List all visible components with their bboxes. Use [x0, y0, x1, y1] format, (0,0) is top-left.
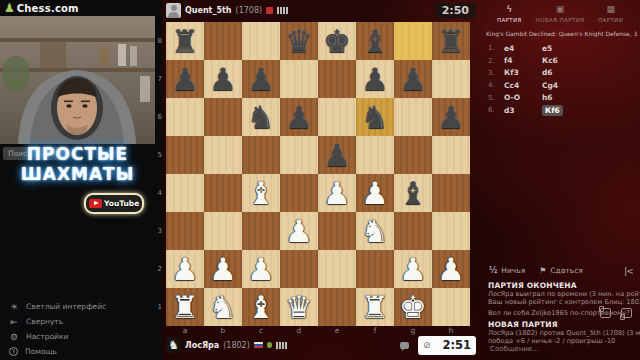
white-knight-f3: ♞ — [356, 212, 394, 250]
black-pawn-h6: ♟ — [432, 98, 470, 136]
move-row-5: 5.O-Oh6 — [488, 92, 636, 104]
square-f7[interactable]: ♟ — [356, 60, 394, 98]
square-g2[interactable]: ♟ — [394, 250, 432, 288]
square-g3[interactable] — [394, 212, 432, 250]
black-pawn-e5: ♟ — [318, 136, 356, 174]
square-b7[interactable]: ♟ — [204, 60, 242, 98]
square-f5[interactable] — [356, 136, 394, 174]
square-h4[interactable] — [432, 174, 470, 212]
square-f8[interactable]: ♝ — [356, 22, 394, 60]
pawn-logo-icon: ♟ — [4, 1, 15, 15]
new-game-title: НОВАЯ ПАРТИЯ — [488, 320, 558, 329]
file-labels: abcdefgh — [166, 326, 470, 335]
square-f1[interactable]: ♜ — [356, 288, 394, 326]
square-e3[interactable] — [318, 212, 356, 250]
file-label-g: g — [394, 326, 432, 335]
black-rook-a8: ♜ — [166, 22, 204, 60]
square-e6[interactable] — [318, 98, 356, 136]
move-white-4[interactable]: Сc4 — [504, 81, 542, 90]
square-f6[interactable]: ♞ — [356, 98, 394, 136]
menu-label: Помощь — [25, 347, 57, 356]
white-rook-a1: ♜ — [166, 288, 204, 326]
move-number: 6. — [488, 106, 504, 114]
move-number: 4. — [488, 81, 504, 89]
game-controls: ½ Ничья ⚑ Сдаться — [489, 266, 637, 275]
square-d5[interactable] — [280, 136, 318, 174]
thumbs-up-icon[interactable] — [600, 308, 611, 318]
move-black-3[interactable]: d6 — [542, 68, 580, 77]
square-d3[interactable]: ♟ — [280, 212, 318, 250]
youtube-play-icon — [89, 199, 102, 208]
square-b1[interactable]: ♞ — [204, 288, 242, 326]
new-game-line-1: ЛосЯра (1802) против Quent_5th (1708) (3… — [488, 329, 640, 337]
move-row-3: 3.Кf3d6 — [488, 67, 636, 79]
square-a4[interactable] — [166, 174, 204, 212]
player-clock: ⊘ 2:51 — [418, 336, 476, 355]
game-over-line-2: Ваш новый рейтинг с контролем Блиц: 1802… — [488, 298, 640, 306]
white-pawn-e4: ♟ — [318, 174, 356, 212]
rank-label-3: 3 — [150, 212, 162, 250]
opponent-avatar — [166, 3, 181, 18]
stream-overlay-text: ПРОСТЫЕ ШАХМАТЫ — [0, 144, 155, 184]
white-pawn-d3: ♟ — [280, 212, 318, 250]
white-pawn-g2: ♟ — [394, 250, 432, 288]
white-pawn-a2: ♟ — [166, 250, 204, 288]
white-pawn-c2: ♟ — [242, 250, 280, 288]
youtube-label: YouTube — [104, 199, 139, 208]
black-bishop-g4: ♝ — [394, 174, 432, 212]
white-pawn-f4: ♟ — [356, 174, 394, 212]
white-queen-d1: ♛ — [280, 288, 318, 326]
lightning-icon: ϟ — [484, 4, 535, 15]
gear-icon: ⚙ — [9, 332, 19, 342]
resign-flag-icon: ⚑ — [539, 266, 546, 275]
square-a2[interactable]: ♟ — [166, 250, 204, 288]
square-d7[interactable] — [280, 60, 318, 98]
chess-com-app: ♟ Chess.com — [0, 0, 640, 360]
webcam-video — [0, 16, 155, 144]
square-a6[interactable] — [166, 98, 204, 136]
square-b4[interactable] — [204, 174, 242, 212]
opponent-clock: 2:50 — [435, 3, 476, 18]
bottom-player-bar: ♞ ЛосЯра (1802) ⊘ 2:51 — [166, 335, 476, 355]
move-white-6[interactable]: d3 — [504, 106, 542, 115]
file-label-h: h — [432, 326, 470, 335]
menu-label: Светлый интерфейс — [26, 302, 106, 311]
message-input[interactable] — [488, 344, 632, 354]
move-white-3[interactable]: Кf3 — [504, 68, 542, 77]
white-knight-b1: ♞ — [204, 288, 242, 326]
square-e4[interactable]: ♟ — [318, 174, 356, 212]
move-number: 5. — [488, 94, 504, 102]
square-a8[interactable]: ♜ — [166, 22, 204, 60]
move-black-6[interactable]: Кf6 — [542, 106, 580, 115]
menu-item-light-interface[interactable]: ☀ Светлый интерфейс — [9, 299, 106, 314]
move-white-5[interactable]: O-O — [504, 93, 542, 102]
rank-label-6: 6 — [150, 98, 162, 136]
opponent-rating-bars-icon — [277, 7, 288, 14]
square-c2[interactable]: ♟ — [242, 250, 280, 288]
square-b5[interactable] — [204, 136, 242, 174]
white-king-g1: ♚ — [394, 288, 432, 326]
square-e8[interactable]: ♚ — [318, 22, 356, 60]
file-label-c: c — [242, 326, 280, 335]
square-h7[interactable] — [432, 60, 470, 98]
square-g1[interactable]: ♚ — [394, 288, 432, 326]
webcam-scene — [0, 16, 155, 144]
draw-button[interactable]: ½ Ничья — [489, 266, 525, 275]
square-e2[interactable] — [318, 250, 356, 288]
black-king-e8: ♚ — [318, 22, 356, 60]
file-label-a: a — [166, 326, 204, 335]
clock-paused-icon: ⊘ — [423, 340, 431, 350]
sidebar-bottom-menu: ☀ Светлый интерфейс ⇤ Свернуть ⚙ Настрой… — [9, 299, 106, 359]
square-c8[interactable] — [242, 22, 280, 60]
square-c1[interactable]: ♝ — [242, 288, 280, 326]
move-row-1: 1.e4e5 — [488, 42, 636, 54]
square-c6[interactable]: ♞ — [242, 98, 280, 136]
square-h6[interactable]: ♟ — [432, 98, 470, 136]
black-rook-h8: ♜ — [432, 22, 470, 60]
move-row-6: 6.d3Кf6 — [488, 104, 636, 116]
square-h3[interactable] — [432, 212, 470, 250]
tab-games[interactable]: ▦ ПАРТИИ — [585, 4, 636, 23]
opponent-name[interactable]: Quent_5th — [185, 6, 232, 15]
black-pawn-b7: ♟ — [204, 60, 242, 98]
move-row-2: 2.f4Кc6 — [488, 54, 636, 66]
square-f4[interactable]: ♟ — [356, 174, 394, 212]
tab-new-game[interactable]: ▣ НОВАЯ ПАРТИЯ — [535, 4, 586, 23]
overlay-line-2: ШАХМАТЫ — [0, 164, 155, 184]
square-d2[interactable] — [280, 250, 318, 288]
square-f3[interactable]: ♞ — [356, 212, 394, 250]
game-over-line-1: ЛосЯра выиграл по времени (3 мин. на рей… — [488, 290, 640, 298]
resign-button[interactable]: ⚑ Сдаться — [539, 266, 583, 275]
move-white-2[interactable]: f4 — [504, 56, 542, 65]
square-b8[interactable] — [204, 22, 242, 60]
square-c3[interactable] — [242, 212, 280, 250]
square-e7[interactable] — [318, 60, 356, 98]
move-row-4: 4.Сc4Сg4 — [488, 79, 636, 91]
player-name[interactable]: ЛосЯра — [185, 341, 219, 350]
player-flag-icon — [254, 342, 263, 349]
player-rating-bars-icon — [276, 342, 287, 349]
help-icon: ? — [9, 347, 18, 356]
square-d4[interactable] — [280, 174, 318, 212]
black-bishop-f8: ♝ — [356, 22, 394, 60]
menu-item-collapse[interactable]: ⇤ Свернуть — [9, 314, 106, 329]
opponent-flag-icon — [266, 7, 273, 14]
white-pawn-h2: ♟ — [432, 250, 470, 288]
overlay-line-1: ПРОСТЫЕ — [0, 144, 155, 164]
square-g8[interactable] — [394, 22, 432, 60]
games-grid-icon: ▦ — [585, 4, 636, 15]
tab-label: ПАРТИЯ — [484, 17, 535, 23]
square-g5[interactable] — [394, 136, 432, 174]
menu-label: Настройки — [26, 332, 68, 341]
top-player-bar: Quent_5th (1708) 2:50 — [166, 2, 476, 18]
tab-game[interactable]: ϟ ПАРТИЯ — [484, 4, 535, 23]
square-a1[interactable]: ♜ — [166, 288, 204, 326]
square-a5[interactable] — [166, 136, 204, 174]
rank-label-1: 1 — [150, 288, 162, 326]
square-b3[interactable] — [204, 212, 242, 250]
black-pawn-c7: ♟ — [242, 60, 280, 98]
square-d1[interactable]: ♛ — [280, 288, 318, 326]
logo-text: Chess.com — [17, 3, 79, 14]
resign-label: Сдаться — [550, 266, 582, 275]
white-pawn-b2: ♟ — [204, 250, 242, 288]
square-b2[interactable]: ♟ — [204, 250, 242, 288]
light-interface-icon: ☀ — [9, 302, 19, 312]
square-e5[interactable]: ♟ — [318, 136, 356, 174]
square-h5[interactable] — [432, 136, 470, 174]
tab-label: ПАРТИИ — [585, 17, 636, 23]
player-avatar: ♞ — [166, 338, 181, 353]
panel-tabs: ϟ ПАРТИЯ ▣ НОВАЯ ПАРТИЯ ▦ ПАРТИИ — [484, 4, 636, 23]
move-black-2[interactable]: Кc6 — [542, 56, 580, 65]
square-d8[interactable]: ♛ — [280, 22, 318, 60]
square-g7[interactable]: ♟ — [394, 60, 432, 98]
square-h8[interactable]: ♜ — [432, 22, 470, 60]
game-over-title: ПАРТИЯ ОКОНЧЕНА — [488, 281, 577, 290]
square-g6[interactable] — [394, 98, 432, 136]
square-c5[interactable] — [242, 136, 280, 174]
rank-labels: 87654321 — [150, 22, 162, 326]
menu-label: Свернуть — [26, 317, 63, 326]
white-rook-f1: ♜ — [356, 288, 394, 326]
square-d6[interactable]: ♟ — [280, 98, 318, 136]
rank-label-4: 4 — [150, 174, 162, 212]
membership-icon — [267, 342, 273, 348]
file-label-e: e — [318, 326, 356, 335]
black-knight-c6: ♞ — [242, 98, 280, 136]
move-black-1[interactable]: e5 — [542, 44, 580, 53]
rank-label-7: 7 — [150, 60, 162, 98]
black-pawn-g7: ♟ — [394, 60, 432, 98]
skip-to-start-button[interactable]: |< — [624, 266, 633, 276]
move-number: 1. — [488, 44, 504, 52]
board: ♜♛♚♝♜♟♟♟♟♟♞♟♞♟♟♝♟♟♝♟♞♟♟♟♟♟♜♞♝♛♜♚ — [166, 22, 470, 326]
white-bishop-c4: ♝ — [242, 174, 280, 212]
black-pawn-a7: ♟ — [166, 60, 204, 98]
move-black-5[interactable]: h6 — [542, 93, 580, 102]
file-label-f: f — [356, 326, 394, 335]
opponent-rating: (1708) — [236, 6, 263, 15]
draw-label: Ничья — [501, 266, 525, 275]
file-label-b: b — [204, 326, 242, 335]
rank-label-2: 2 — [150, 250, 162, 288]
square-c7[interactable]: ♟ — [242, 60, 280, 98]
menu-item-help[interactable]: ? Помощь — [9, 344, 106, 359]
player-rating: (1802) — [223, 341, 250, 350]
square-b6[interactable] — [204, 98, 242, 136]
move-number: 2. — [488, 57, 504, 65]
chat-bubble-icon[interactable] — [400, 342, 409, 349]
square-c4[interactable]: ♝ — [242, 174, 280, 212]
black-pawn-d6: ♟ — [280, 98, 318, 136]
white-bishop-c1: ♝ — [242, 288, 280, 326]
black-knight-f6: ♞ — [356, 98, 394, 136]
black-queen-d8: ♛ — [280, 22, 318, 60]
collapse-icon: ⇤ — [9, 317, 19, 327]
square-a7[interactable]: ♟ — [166, 60, 204, 98]
player-clock-time: 2:51 — [442, 338, 471, 352]
file-label-d: d — [280, 326, 318, 335]
youtube-badge: YouTube — [84, 193, 144, 214]
move-list: 1.e4e52.f4Кc63.Кf3d64.Сc4Сg45.O-Oh66.d3К… — [488, 42, 636, 116]
tab-label: НОВАЯ ПАРТИЯ — [535, 17, 586, 23]
square-h2[interactable]: ♟ — [432, 250, 470, 288]
square-e1[interactable] — [318, 288, 356, 326]
menu-item-settings[interactable]: ⚙ Настройки — [9, 329, 106, 344]
rank-label-5: 5 — [150, 136, 162, 174]
square-h1[interactable] — [432, 288, 470, 326]
thumbs-down-icon[interactable] — [621, 308, 632, 318]
move-number: 3. — [488, 69, 504, 77]
half-point-icon: ½ — [489, 266, 497, 275]
opening-name: King's Gambit Declined: Queen's Knight D… — [486, 31, 638, 37]
square-g4[interactable]: ♝ — [394, 174, 432, 212]
rank-label-8: 8 — [150, 22, 162, 60]
sportsmanship-vote — [600, 308, 632, 318]
new-game-icon: ▣ — [535, 4, 586, 15]
left-sidebar: ♟ Chess.com — [0, 0, 162, 360]
square-a3[interactable] — [166, 212, 204, 250]
chesscom-logo[interactable]: ♟ Chess.com — [4, 1, 79, 15]
black-pawn-f7: ♟ — [356, 60, 394, 98]
square-f2[interactable] — [356, 250, 394, 288]
move-white-1[interactable]: e4 — [504, 44, 542, 53]
move-black-4[interactable]: Сg4 — [542, 81, 580, 90]
